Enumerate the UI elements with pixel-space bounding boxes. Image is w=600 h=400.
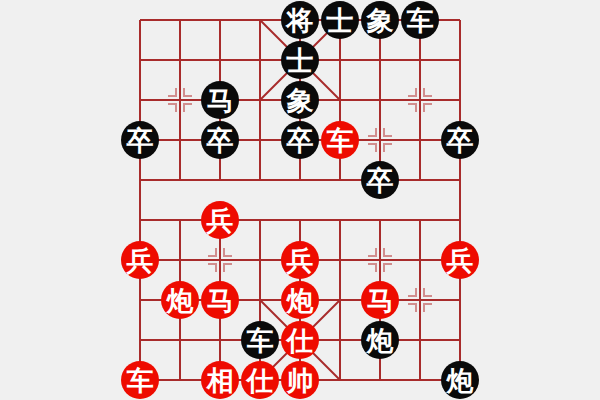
piece-black-cannon[interactable]: 炮 <box>441 361 479 399</box>
piece-red-general[interactable]: 帅 <box>281 361 319 399</box>
piece-red-cannon[interactable]: 炮 <box>161 281 199 319</box>
piece-black-horse[interactable]: 马 <box>201 81 239 119</box>
piece-red-chariot[interactable]: 车 <box>321 121 359 159</box>
piece-black-advisor[interactable]: 士 <box>281 41 319 79</box>
piece-red-soldier[interactable]: 兵 <box>201 201 239 239</box>
piece-red-cannon[interactable]: 炮 <box>281 281 319 319</box>
piece-black-chariot[interactable]: 车 <box>401 1 439 39</box>
piece-black-general[interactable]: 将 <box>281 1 319 39</box>
piece-red-elephant[interactable]: 相 <box>201 361 239 399</box>
piece-red-horse[interactable]: 马 <box>361 281 399 319</box>
piece-black-elephant[interactable]: 象 <box>361 1 399 39</box>
piece-black-soldier[interactable]: 卒 <box>201 121 239 159</box>
piece-red-advisor[interactable]: 仕 <box>241 361 279 399</box>
piece-black-soldier[interactable]: 卒 <box>281 121 319 159</box>
piece-black-elephant[interactable]: 象 <box>281 81 319 119</box>
piece-red-soldier[interactable]: 兵 <box>281 241 319 279</box>
piece-red-horse[interactable]: 马 <box>201 281 239 319</box>
piece-black-soldier[interactable]: 卒 <box>361 161 399 199</box>
xiangqi-screenshot: 将士象车士马象卒卒卒卒卒车炮炮车兵兵兵兵炮马炮马仕车相仕帅 <box>0 0 600 400</box>
piece-red-soldier[interactable]: 兵 <box>121 241 159 279</box>
xiangqi-board[interactable]: 将士象车士马象卒卒卒卒卒车炮炮车兵兵兵兵炮马炮马仕车相仕帅 <box>140 20 460 380</box>
piece-red-chariot[interactable]: 车 <box>121 361 159 399</box>
piece-black-soldier[interactable]: 卒 <box>441 121 479 159</box>
piece-black-chariot[interactable]: 车 <box>241 321 279 359</box>
piece-red-advisor[interactable]: 仕 <box>281 321 319 359</box>
piece-black-cannon[interactable]: 炮 <box>361 321 399 359</box>
piece-black-advisor[interactable]: 士 <box>321 1 359 39</box>
piece-black-soldier[interactable]: 卒 <box>121 121 159 159</box>
piece-red-soldier[interactable]: 兵 <box>441 241 479 279</box>
